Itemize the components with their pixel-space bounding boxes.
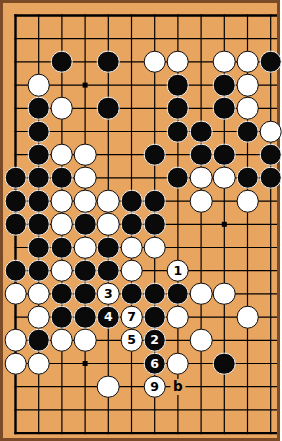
- black-stone-c10-r4: [213, 74, 236, 97]
- black-stone-c10-r5: [213, 97, 236, 120]
- white-stone-c3-r10: [51, 213, 74, 236]
- white-stone-c10-r3: [213, 51, 236, 74]
- white-stone-c3-r15: [51, 329, 74, 352]
- black-stone-c5-r11: [97, 236, 120, 259]
- point-label-b: b: [170, 379, 185, 395]
- white-stone-c8-r16: [167, 352, 190, 375]
- white-stone-c11-r9: [236, 190, 259, 213]
- black-stone-c5-r12: [97, 259, 120, 282]
- white-stone-c1-r16: [4, 352, 27, 375]
- white-stone-c4-r11: [74, 236, 97, 259]
- white-stone-c3-r7: [51, 143, 74, 166]
- white-stone-c1-r15: [4, 329, 27, 352]
- black-stone-c6-r9: [120, 190, 143, 213]
- white-stone-c9-r15: [190, 329, 213, 352]
- black-stone-c1-r10: [4, 213, 27, 236]
- white-stone-c10-r13: [213, 283, 236, 306]
- white-stone-c3-r12: [51, 259, 74, 282]
- white-stone-c4-r8: [74, 167, 97, 190]
- black-stone-c11-r6: [236, 120, 259, 143]
- black-stone-c11-r8: [236, 167, 259, 190]
- white-stone-c5-r10: [97, 213, 120, 236]
- black-stone-c1-r8: [4, 167, 27, 190]
- white-stone-c11-r14: [236, 306, 259, 329]
- black-stone-c6-r13: [120, 283, 143, 306]
- white-stone-c2-r4: [27, 74, 50, 97]
- move-2-black-stone: 2: [143, 329, 166, 352]
- white-stone-c12-r6: [259, 120, 282, 143]
- black-stone-c7-r13: [143, 283, 166, 306]
- star-point: [83, 361, 88, 366]
- black-stone-c8-r4: [167, 74, 190, 97]
- move-6-black-stone: 6: [143, 352, 166, 375]
- move-3-white-stone: 3: [97, 283, 120, 306]
- black-stone-c10-r16: [213, 352, 236, 375]
- black-stone-c5-r3: [97, 51, 120, 74]
- black-stone-c12-r8: [259, 167, 282, 190]
- black-stone-c9-r6: [190, 120, 213, 143]
- star-point: [222, 222, 227, 227]
- white-stone-c3-r5: [51, 97, 74, 120]
- white-stone-c6-r12: [120, 259, 143, 282]
- black-stone-c12-r3: [259, 51, 282, 74]
- white-stone-c7-r3: [143, 51, 166, 74]
- black-stone-c2-r9: [27, 190, 50, 213]
- white-stone-c2-r16: [27, 352, 50, 375]
- black-stone-c10-r7: [213, 143, 236, 166]
- black-stone-c8-r8: [167, 167, 190, 190]
- white-stone-c8-r14: [167, 306, 190, 329]
- white-stone-c2-r14: [27, 306, 50, 329]
- black-stone-c8-r5: [167, 97, 190, 120]
- black-stone-c4-r14: [74, 306, 97, 329]
- black-stone-c8-r6: [167, 120, 190, 143]
- black-stone-c8-r13: [167, 283, 190, 306]
- white-stone-c1-r13: [4, 283, 27, 306]
- black-stone-c2-r12: [27, 259, 50, 282]
- black-stone-c7-r14: [143, 306, 166, 329]
- white-stone-c9-r8: [190, 167, 213, 190]
- star-point: [83, 83, 88, 88]
- black-stone-c5-r5: [97, 97, 120, 120]
- move-9-white-stone: 9: [143, 375, 166, 398]
- black-stone-c3-r13: [51, 283, 74, 306]
- black-stone-c1-r9: [4, 190, 27, 213]
- black-stone-c2-r10: [27, 213, 50, 236]
- white-stone-c7-r11: [143, 236, 166, 259]
- black-stone-c12-r7: [259, 143, 282, 166]
- move-4-black-stone: 4: [97, 306, 120, 329]
- black-stone-c2-r7: [27, 143, 50, 166]
- white-stone-c2-r13: [27, 283, 50, 306]
- white-stone-c4-r7: [74, 143, 97, 166]
- black-stone-c6-r10: [120, 213, 143, 236]
- white-stone-c9-r13: [190, 283, 213, 306]
- black-stone-c2-r11: [27, 236, 50, 259]
- black-stone-c4-r13: [74, 283, 97, 306]
- white-stone-c11-r5: [236, 97, 259, 120]
- black-stone-c2-r8: [27, 167, 50, 190]
- white-stone-c11-r3: [236, 51, 259, 74]
- black-stone-c3-r11: [51, 236, 74, 259]
- white-stone-c11-r4: [236, 74, 259, 97]
- black-stone-c7-r9: [143, 190, 166, 213]
- white-stone-c8-r3: [167, 51, 190, 74]
- move-1-white-stone: 1: [167, 259, 190, 282]
- white-stone-c5-r17: [97, 375, 120, 398]
- white-stone-c6-r11: [120, 236, 143, 259]
- black-stone-c2-r15: [27, 329, 50, 352]
- black-stone-c9-r7: [190, 143, 213, 166]
- black-stone-c1-r12: [4, 259, 27, 282]
- white-stone-c3-r9: [51, 190, 74, 213]
- black-stone-c3-r8: [51, 167, 74, 190]
- white-stone-c4-r15: [74, 329, 97, 352]
- go-board: 13475269b: [0, 0, 280, 441]
- black-stone-c7-r7: [143, 143, 166, 166]
- black-stone-c7-r10: [143, 213, 166, 236]
- move-7-white-stone: 7: [120, 306, 143, 329]
- black-stone-c4-r12: [74, 259, 97, 282]
- white-stone-c10-r8: [213, 167, 236, 190]
- black-stone-c2-r5: [27, 97, 50, 120]
- black-stone-c4-r10: [74, 213, 97, 236]
- white-stone-c4-r9: [74, 190, 97, 213]
- white-stone-c9-r9: [190, 190, 213, 213]
- black-stone-c2-r6: [27, 120, 50, 143]
- white-stone-c5-r9: [97, 190, 120, 213]
- black-stone-c3-r3: [51, 51, 74, 74]
- black-stone-c3-r14: [51, 306, 74, 329]
- move-5-white-stone: 5: [120, 329, 143, 352]
